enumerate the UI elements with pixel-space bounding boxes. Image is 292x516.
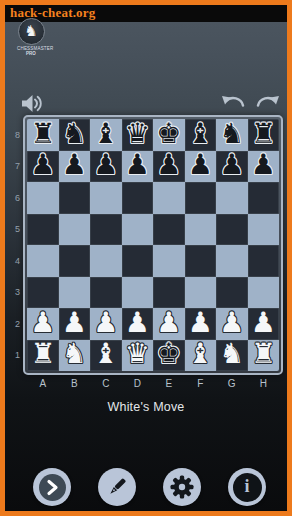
square-d7[interactable]: ♟ — [122, 151, 154, 183]
square-g3[interactable] — [216, 277, 248, 309]
piece-p[interactable]: ♟ — [219, 151, 244, 179]
info-letter: i — [244, 477, 249, 495]
square-b1[interactable]: ♞ — [59, 340, 91, 372]
chevron-right-icon — [39, 474, 66, 501]
square-d5[interactable] — [122, 214, 154, 246]
square-c7[interactable]: ♟ — [90, 151, 122, 183]
redo-icon — [254, 92, 281, 109]
piece-N[interactable]: ♞ — [62, 340, 87, 368]
piece-P[interactable]: ♟ — [219, 309, 244, 337]
settings-button[interactable] — [163, 468, 201, 506]
square-a8[interactable]: ♜ — [27, 119, 59, 151]
piece-B[interactable]: ♝ — [93, 340, 118, 368]
piece-b[interactable]: ♝ — [188, 120, 213, 148]
square-b6[interactable] — [59, 182, 91, 214]
piece-P[interactable]: ♟ — [188, 309, 213, 337]
square-e7[interactable]: ♟ — [153, 151, 185, 183]
square-h3[interactable] — [248, 277, 280, 309]
prompt-icon — [39, 474, 66, 501]
piece-r[interactable]: ♜ — [30, 120, 55, 148]
square-g8[interactable]: ♞ — [216, 119, 248, 151]
rank-label-1: 1 — [8, 340, 20, 372]
square-e2[interactable]: ♟ — [153, 308, 185, 340]
turn-status: White's Move — [5, 400, 287, 414]
undo-icon — [220, 92, 247, 109]
square-c4[interactable] — [90, 245, 122, 277]
square-g4[interactable] — [216, 245, 248, 277]
square-a6[interactable] — [27, 182, 59, 214]
square-e3[interactable] — [153, 277, 185, 309]
square-f3[interactable] — [185, 277, 217, 309]
square-g6[interactable] — [216, 182, 248, 214]
file-label-d: D — [122, 376, 154, 391]
piece-q[interactable]: ♛ — [125, 120, 150, 148]
undo-button[interactable] — [220, 92, 247, 109]
piece-p[interactable]: ♟ — [188, 151, 213, 179]
rank-label-2: 2 — [8, 308, 20, 340]
square-d2[interactable]: ♟ — [122, 308, 154, 340]
speaker-icon — [20, 93, 44, 114]
square-c5[interactable] — [90, 214, 122, 246]
square-b2[interactable]: ♟ — [59, 308, 91, 340]
piece-P[interactable]: ♟ — [251, 309, 276, 337]
square-c1[interactable]: ♝ — [90, 340, 122, 372]
rank-label-7: 7 — [8, 151, 20, 183]
square-g7[interactable]: ♟ — [216, 151, 248, 183]
square-f6[interactable] — [185, 182, 217, 214]
piece-R[interactable]: ♜ — [251, 340, 276, 368]
piece-k[interactable]: ♚ — [156, 120, 181, 148]
square-g1[interactable]: ♞ — [216, 340, 248, 372]
rank-label-6: 6 — [8, 182, 20, 214]
square-g5[interactable] — [216, 214, 248, 246]
app-background: hack-cheat.org ♞ CHESSMASTER PRO — [5, 5, 287, 511]
piece-P[interactable]: ♟ — [156, 309, 181, 337]
piece-R[interactable]: ♜ — [30, 340, 55, 368]
chess-board: ♜♞♝♛♚♝♞♜♟♟♟♟♟♟♟♟♟♟♟♟♟♟♟♟♜♞♝♛♚♝♞♜ — [23, 115, 283, 375]
rank-label-5: 5 — [8, 214, 20, 246]
square-f5[interactable] — [185, 214, 217, 246]
file-labels: ABCDEFGH — [27, 376, 279, 391]
info-icon: i — [233, 473, 262, 502]
piece-Q[interactable]: ♛ — [125, 340, 150, 368]
square-e8[interactable]: ♚ — [153, 119, 185, 151]
square-b5[interactable] — [59, 214, 91, 246]
square-h5[interactable] — [248, 214, 280, 246]
piece-r[interactable]: ♜ — [251, 120, 276, 148]
square-c2[interactable]: ♟ — [90, 308, 122, 340]
square-f8[interactable]: ♝ — [185, 119, 217, 151]
square-e1[interactable]: ♚ — [153, 340, 185, 372]
pen-icon — [105, 475, 129, 499]
sound-button[interactable] — [20, 93, 44, 114]
rank-labels: 87654321 — [8, 119, 20, 371]
square-g2[interactable]: ♟ — [216, 308, 248, 340]
piece-p[interactable]: ♟ — [156, 151, 181, 179]
piece-n[interactable]: ♞ — [219, 120, 244, 148]
square-a5[interactable] — [27, 214, 59, 246]
rank-label-8: 8 — [8, 119, 20, 151]
square-b7[interactable]: ♟ — [59, 151, 91, 183]
square-a1[interactable]: ♜ — [27, 340, 59, 372]
piece-p[interactable]: ♟ — [251, 151, 276, 179]
watermark-text: hack-cheat.org — [5, 5, 287, 21]
square-d4[interactable] — [122, 245, 154, 277]
piece-B[interactable]: ♝ — [188, 340, 213, 368]
watermark-bar: hack-cheat.org — [5, 5, 287, 22]
piece-b[interactable]: ♝ — [93, 120, 118, 148]
square-d6[interactable] — [122, 182, 154, 214]
square-f7[interactable]: ♟ — [185, 151, 217, 183]
square-b4[interactable] — [59, 245, 91, 277]
piece-P[interactable]: ♟ — [93, 309, 118, 337]
square-h8[interactable]: ♜ — [248, 119, 280, 151]
square-h7[interactable]: ♟ — [248, 151, 280, 183]
square-d3[interactable] — [122, 277, 154, 309]
square-a4[interactable] — [27, 245, 59, 277]
gear-icon — [169, 474, 195, 500]
square-h2[interactable]: ♟ — [248, 308, 280, 340]
square-f2[interactable]: ♟ — [185, 308, 217, 340]
square-h4[interactable] — [248, 245, 280, 277]
logo-subtitle: PRO — [17, 51, 45, 56]
square-d1[interactable]: ♛ — [122, 340, 154, 372]
square-c3[interactable] — [90, 277, 122, 309]
file-label-a: A — [27, 376, 59, 391]
square-a7[interactable]: ♟ — [27, 151, 59, 183]
piece-P[interactable]: ♟ — [30, 309, 55, 337]
piece-k[interactable]: ♚ — [156, 340, 181, 368]
piece-P[interactable]: ♟ — [62, 309, 87, 337]
square-c8[interactable]: ♝ — [90, 119, 122, 151]
knight-logo-icon: ♞ — [24, 24, 37, 39]
redo-button[interactable] — [254, 92, 281, 109]
app-window: hack-cheat.org ♞ CHESSMASTER PRO — [0, 0, 292, 516]
file-label-b: B — [59, 376, 91, 391]
square-e6[interactable] — [153, 182, 185, 214]
app-logo: ♞ CHESSMASTER PRO — [17, 18, 45, 56]
square-f4[interactable] — [185, 245, 217, 277]
square-e5[interactable] — [153, 214, 185, 246]
file-label-g: G — [216, 376, 248, 391]
piece-p[interactable]: ♟ — [30, 151, 55, 179]
piece-p[interactable]: ♟ — [62, 151, 87, 179]
file-label-f: F — [185, 376, 217, 391]
rank-label-4: 4 — [8, 245, 20, 277]
file-label-c: C — [90, 376, 122, 391]
file-label-h: H — [248, 376, 280, 391]
square-h1[interactable]: ♜ — [248, 340, 280, 372]
piece-N[interactable]: ♞ — [219, 340, 244, 368]
file-label-e: E — [153, 376, 185, 391]
square-b8[interactable]: ♞ — [59, 119, 91, 151]
square-d8[interactable]: ♛ — [122, 119, 154, 151]
info-button[interactable]: i — [228, 468, 266, 506]
square-b3[interactable] — [59, 277, 91, 309]
logo-circle: ♞ — [18, 18, 45, 45]
square-e4[interactable] — [153, 245, 185, 277]
rank-label-3: 3 — [8, 277, 20, 309]
square-a3[interactable] — [27, 277, 59, 309]
edit-board-button[interactable] — [98, 468, 136, 506]
board-grid: ♜♞♝♛♚♝♞♜♟♟♟♟♟♟♟♟♟♟♟♟♟♟♟♟♜♞♝♛♚♝♞♜ — [27, 119, 279, 371]
square-h6[interactable] — [248, 182, 280, 214]
square-c6[interactable] — [90, 182, 122, 214]
piece-P[interactable]: ♟ — [125, 309, 150, 337]
square-a2[interactable]: ♟ — [27, 308, 59, 340]
piece-p[interactable]: ♟ — [125, 151, 150, 179]
piece-n[interactable]: ♞ — [62, 120, 87, 148]
run-engine-button[interactable] — [33, 468, 71, 506]
square-f1[interactable]: ♝ — [185, 340, 217, 372]
piece-p[interactable]: ♟ — [93, 151, 118, 179]
